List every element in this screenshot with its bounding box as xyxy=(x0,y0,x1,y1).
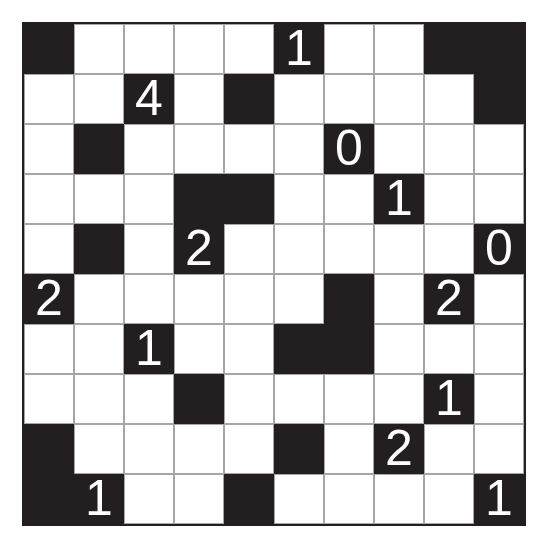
white-cell-r9c7[interactable] xyxy=(324,424,374,474)
white-cell-r4c9[interactable] xyxy=(424,174,474,224)
black-cell-r4c4 xyxy=(174,174,224,224)
white-cell-r10c4[interactable] xyxy=(174,474,224,524)
white-cell-r3c3[interactable] xyxy=(124,124,174,174)
white-cell-r2c2[interactable] xyxy=(74,74,124,124)
white-cell-r9c10[interactable] xyxy=(474,424,524,474)
clue-digit-r6c1: 2 xyxy=(35,273,63,323)
white-cell-r4c6[interactable] xyxy=(274,174,324,224)
white-cell-r5c5[interactable] xyxy=(224,224,274,274)
white-cell-r2c9[interactable] xyxy=(424,74,474,124)
white-cell-r6c5[interactable] xyxy=(224,274,274,324)
black-cell-r1c1 xyxy=(24,24,74,74)
black-cell-r6c7 xyxy=(324,274,374,324)
black-cell-r5c2 xyxy=(74,224,124,274)
white-cell-r1c4[interactable] xyxy=(174,24,224,74)
clue-digit-r8c9: 1 xyxy=(435,373,463,423)
white-cell-r1c5[interactable] xyxy=(224,24,274,74)
white-cell-r3c5[interactable] xyxy=(224,124,274,174)
white-cell-r9c5[interactable] xyxy=(224,424,274,474)
white-cell-r3c10[interactable] xyxy=(474,124,524,174)
clue-cell-r2c3: 4 xyxy=(124,74,174,124)
clue-cell-r5c4: 2 xyxy=(174,224,224,274)
white-cell-r1c3[interactable] xyxy=(124,24,174,74)
white-cell-r10c9[interactable] xyxy=(424,474,474,524)
clue-digit-r5c10: 0 xyxy=(485,223,513,273)
clue-cell-r10c10: 1 xyxy=(474,474,524,524)
white-cell-r3c8[interactable] xyxy=(374,124,424,174)
white-cell-r7c9[interactable] xyxy=(424,324,474,374)
clue-cell-r3c7: 0 xyxy=(324,124,374,174)
puzzle-board: 1401202211211 xyxy=(22,22,526,526)
black-cell-r7c7 xyxy=(324,324,374,374)
white-cell-r6c10[interactable] xyxy=(474,274,524,324)
clue-cell-r1c6: 1 xyxy=(274,24,324,74)
clue-digit-r7c3: 1 xyxy=(135,323,163,373)
white-cell-r6c8[interactable] xyxy=(374,274,424,324)
white-cell-r3c9[interactable] xyxy=(424,124,474,174)
white-cell-r7c2[interactable] xyxy=(74,324,124,374)
white-cell-r8c7[interactable] xyxy=(324,374,374,424)
white-cell-r8c10[interactable] xyxy=(474,374,524,424)
white-cell-r8c1[interactable] xyxy=(24,374,74,424)
white-cell-r1c8[interactable] xyxy=(374,24,424,74)
black-cell-r9c6 xyxy=(274,424,324,474)
white-cell-r2c6[interactable] xyxy=(274,74,324,124)
white-cell-r10c8[interactable] xyxy=(374,474,424,524)
white-cell-r6c3[interactable] xyxy=(124,274,174,324)
white-cell-r4c7[interactable] xyxy=(324,174,374,224)
clue-cell-r6c1: 2 xyxy=(24,274,74,324)
white-cell-r1c2[interactable] xyxy=(74,24,124,74)
white-cell-r2c4[interactable] xyxy=(174,74,224,124)
white-cell-r6c6[interactable] xyxy=(274,274,324,324)
white-cell-r2c7[interactable] xyxy=(324,74,374,124)
white-cell-r2c8[interactable] xyxy=(374,74,424,124)
white-cell-r5c6[interactable] xyxy=(274,224,324,274)
black-cell-r4c5 xyxy=(224,174,274,224)
black-cell-r1c10 xyxy=(474,24,524,74)
white-cell-r9c2[interactable] xyxy=(74,424,124,474)
puzzle-canvas: 1401202211211 xyxy=(0,0,551,552)
white-cell-r7c10[interactable] xyxy=(474,324,524,374)
clue-cell-r10c2: 1 xyxy=(74,474,124,524)
white-cell-r4c2[interactable] xyxy=(74,174,124,224)
clue-cell-r7c3: 1 xyxy=(124,324,174,374)
white-cell-r3c4[interactable] xyxy=(174,124,224,174)
white-cell-r8c8[interactable] xyxy=(374,374,424,424)
white-cell-r9c4[interactable] xyxy=(174,424,224,474)
clue-digit-r2c3: 4 xyxy=(135,73,163,123)
clue-digit-r9c8: 2 xyxy=(385,423,413,473)
white-cell-r8c3[interactable] xyxy=(124,374,174,424)
clue-digit-r10c10: 1 xyxy=(485,473,513,523)
white-cell-r5c3[interactable] xyxy=(124,224,174,274)
white-cell-r9c9[interactable] xyxy=(424,424,474,474)
white-cell-r6c4[interactable] xyxy=(174,274,224,324)
clue-digit-r3c7: 0 xyxy=(335,123,363,173)
black-cell-r8c4 xyxy=(174,374,224,424)
black-cell-r7c6 xyxy=(274,324,324,374)
black-cell-r2c10 xyxy=(474,74,524,124)
clue-digit-r10c2: 1 xyxy=(85,473,113,523)
clue-digit-r1c6: 1 xyxy=(285,23,313,73)
black-cell-r3c2 xyxy=(74,124,124,174)
black-cell-r2c5 xyxy=(224,74,274,124)
black-cell-r9c1 xyxy=(24,424,74,474)
white-cell-r5c7[interactable] xyxy=(324,224,374,274)
clue-cell-r5c10: 0 xyxy=(474,224,524,274)
white-cell-r1c7[interactable] xyxy=(324,24,374,74)
white-cell-r2c1[interactable] xyxy=(24,74,74,124)
white-cell-r6c2[interactable] xyxy=(74,274,124,324)
white-cell-r4c10[interactable] xyxy=(474,174,524,224)
white-cell-r8c5[interactable] xyxy=(224,374,274,424)
black-cell-r1c9 xyxy=(424,24,474,74)
clue-cell-r8c9: 1 xyxy=(424,374,474,424)
clue-digit-r5c4: 2 xyxy=(185,223,213,273)
white-cell-r5c9[interactable] xyxy=(424,224,474,274)
clue-cell-r9c8: 2 xyxy=(374,424,424,474)
clue-digit-r6c9: 2 xyxy=(435,273,463,323)
white-cell-r10c7[interactable] xyxy=(324,474,374,524)
black-cell-r10c1 xyxy=(24,474,74,524)
clue-digit-r4c8: 1 xyxy=(385,173,413,223)
white-cell-r5c1[interactable] xyxy=(24,224,74,274)
clue-cell-r4c8: 1 xyxy=(374,174,424,224)
white-cell-r9c3[interactable] xyxy=(124,424,174,474)
white-cell-r4c1[interactable] xyxy=(24,174,74,224)
white-cell-r4c3[interactable] xyxy=(124,174,174,224)
white-cell-r7c5[interactable] xyxy=(224,324,274,374)
black-cell-r10c5 xyxy=(224,474,274,524)
white-cell-r8c6[interactable] xyxy=(274,374,324,424)
white-cell-r5c8[interactable] xyxy=(374,224,424,274)
white-cell-r7c4[interactable] xyxy=(174,324,224,374)
white-cell-r10c3[interactable] xyxy=(124,474,174,524)
clue-cell-r6c9: 2 xyxy=(424,274,474,324)
white-cell-r7c8[interactable] xyxy=(374,324,424,374)
white-cell-r3c1[interactable] xyxy=(24,124,74,174)
white-cell-r8c2[interactable] xyxy=(74,374,124,424)
white-cell-r7c1[interactable] xyxy=(24,324,74,374)
white-cell-r3c6[interactable] xyxy=(274,124,324,174)
white-cell-r10c6[interactable] xyxy=(274,474,324,524)
